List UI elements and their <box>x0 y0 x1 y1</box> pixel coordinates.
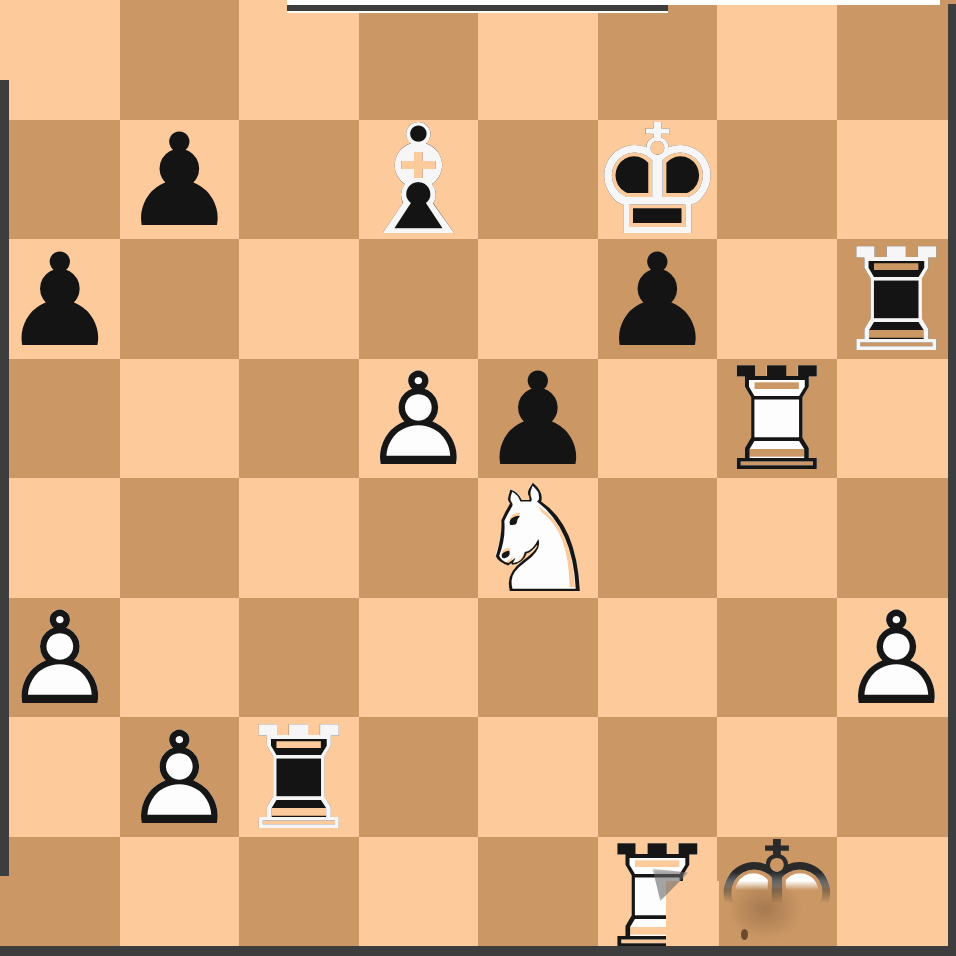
white-rook-icon: ♜ <box>717 361 837 481</box>
square-b7[interactable]: ♟ <box>120 120 240 240</box>
white-king-piece: ♚♔ <box>717 837 837 956</box>
black-pawn-piece: ♟ <box>0 239 120 359</box>
square-b6[interactable] <box>120 239 240 359</box>
square-a6[interactable]: ♟ <box>0 239 120 359</box>
square-c2[interactable]: ♜♖ <box>239 717 359 837</box>
white-rook-piece: ♜♖ <box>717 359 837 479</box>
square-d6[interactable] <box>359 239 479 359</box>
square-f2[interactable] <box>598 717 718 837</box>
square-b3[interactable] <box>120 598 240 718</box>
square-g7[interactable] <box>717 120 837 240</box>
black-rook-outline-icon: ♖ <box>837 241 956 361</box>
white-pawn-icon: ♟ <box>837 600 956 720</box>
white-pawn-outline-icon: ♙ <box>359 361 479 481</box>
square-a1[interactable] <box>0 837 120 956</box>
square-f7[interactable]: ♚♔ <box>598 120 718 240</box>
square-f8[interactable] <box>598 0 718 120</box>
white-pawn-outline-icon: ♙ <box>0 600 120 720</box>
square-h2[interactable] <box>837 717 956 837</box>
square-e7[interactable] <box>478 120 598 240</box>
square-h4[interactable] <box>837 478 956 598</box>
black-pawn-icon: ♟ <box>598 241 718 361</box>
black-pawn-icon: ♟ <box>478 361 598 481</box>
black-pawn-piece: ♟ <box>598 239 718 359</box>
white-knight-icon: ♞ <box>478 480 598 600</box>
square-b4[interactable] <box>120 478 240 598</box>
square-e8[interactable] <box>478 0 598 120</box>
black-rook-piece: ♜♖ <box>837 239 956 359</box>
white-pawn-outline-icon: ♙ <box>120 719 240 839</box>
square-g3[interactable] <box>717 598 837 718</box>
black-bishop-outline-icon: ♗ <box>359 122 479 242</box>
black-bishop-piece: ♝♗ <box>359 120 479 240</box>
square-e6[interactable] <box>478 239 598 359</box>
square-b1[interactable] <box>120 837 240 956</box>
white-pawn-icon: ♟ <box>120 719 240 839</box>
screenshot-artifact-right-bar <box>948 4 956 956</box>
black-pawn-piece: ♟ <box>120 120 240 240</box>
square-h7[interactable] <box>837 120 956 240</box>
square-h3[interactable]: ♟♙ <box>837 598 956 718</box>
square-c5[interactable] <box>239 359 359 479</box>
square-d5[interactable]: ♟♙ <box>359 359 479 479</box>
square-f4[interactable] <box>598 478 718 598</box>
chess-board-wrap: ♟♝♗♚♔♟♟♜♖♟♙♟♜♖♞♘♟♙♟♙♟♙♜♖♜♖♚♔ <box>0 0 956 956</box>
square-c3[interactable] <box>239 598 359 718</box>
square-d3[interactable] <box>359 598 479 718</box>
square-f1[interactable]: ♜♖ <box>598 837 718 956</box>
square-c8[interactable] <box>239 0 359 120</box>
white-knight-outline-icon: ♘ <box>478 480 598 600</box>
white-king-outline-icon: ♔ <box>717 839 837 956</box>
square-d4[interactable] <box>359 478 479 598</box>
white-pawn-icon: ♟ <box>0 600 120 720</box>
black-pawn-icon: ♟ <box>0 241 120 361</box>
black-pawn-piece: ♟ <box>478 359 598 479</box>
square-b5[interactable] <box>120 359 240 479</box>
square-g6[interactable] <box>717 239 837 359</box>
square-e3[interactable] <box>478 598 598 718</box>
square-a5[interactable] <box>0 359 120 479</box>
screenshot-artifact-top-strip <box>287 0 668 13</box>
black-rook-piece: ♜♖ <box>239 717 359 837</box>
square-c6[interactable] <box>239 239 359 359</box>
square-d8[interactable] <box>359 0 479 120</box>
square-e1[interactable] <box>478 837 598 956</box>
screenshot-artifact-bottom-bar <box>0 946 956 956</box>
white-pawn-piece: ♟♙ <box>359 359 479 479</box>
erased-rook-patch <box>666 881 720 956</box>
white-pawn-piece: ♟♙ <box>120 717 240 837</box>
square-d7[interactable]: ♝♗ <box>359 120 479 240</box>
square-e4[interactable]: ♞♘ <box>478 478 598 598</box>
white-pawn-outline-icon: ♙ <box>837 600 956 720</box>
square-g4[interactable] <box>717 478 837 598</box>
square-b2[interactable]: ♟♙ <box>120 717 240 837</box>
black-bishop-icon: ♝ <box>359 122 479 242</box>
square-h5[interactable] <box>837 359 956 479</box>
white-pawn-icon: ♟ <box>359 361 479 481</box>
white-rook-outline-icon: ♖ <box>717 361 837 481</box>
square-h6[interactable]: ♜♖ <box>837 239 956 359</box>
square-a4[interactable] <box>0 478 120 598</box>
square-g2[interactable] <box>717 717 837 837</box>
black-rook-icon: ♜ <box>837 241 956 361</box>
screenshot-artifact-top-sliver <box>668 0 940 5</box>
black-king-outline-icon: ♔ <box>598 122 718 242</box>
black-king-piece: ♚♔ <box>598 120 718 240</box>
chess-board: ♟♝♗♚♔♟♟♜♖♟♙♟♜♖♞♘♟♙♟♙♟♙♜♖♜♖♚♔ <box>0 0 956 956</box>
square-a7[interactable] <box>0 120 120 240</box>
square-c1[interactable] <box>239 837 359 956</box>
square-c7[interactable] <box>239 120 359 240</box>
black-king-icon: ♚ <box>598 122 718 242</box>
white-pawn-piece: ♟♙ <box>0 598 120 718</box>
square-c4[interactable] <box>239 478 359 598</box>
square-h8[interactable] <box>837 0 956 120</box>
white-king-icon: ♚ <box>717 839 837 956</box>
square-g1[interactable]: ♚♔ <box>717 837 837 956</box>
square-f3[interactable] <box>598 598 718 718</box>
square-b8[interactable] <box>120 0 240 120</box>
square-f6[interactable]: ♟ <box>598 239 718 359</box>
square-h1[interactable] <box>837 837 956 956</box>
black-rook-icon: ♜ <box>239 719 359 839</box>
white-knight-piece: ♞♘ <box>478 478 598 598</box>
square-a2[interactable] <box>0 717 120 837</box>
square-e5[interactable]: ♟ <box>478 359 598 479</box>
square-e2[interactable] <box>478 717 598 837</box>
square-a8[interactable] <box>0 0 120 120</box>
screenshot-artifact-left-bar <box>0 80 9 876</box>
black-pawn-icon: ♟ <box>120 122 240 242</box>
square-a3[interactable]: ♟♙ <box>0 598 120 718</box>
square-f5[interactable] <box>598 359 718 479</box>
black-rook-outline-icon: ♖ <box>239 719 359 839</box>
screenshot-artifact-top-line <box>287 5 668 11</box>
square-g8[interactable] <box>717 0 837 120</box>
square-d2[interactable] <box>359 717 479 837</box>
square-d1[interactable] <box>359 837 479 956</box>
white-pawn-piece: ♟♙ <box>837 598 956 718</box>
square-g5[interactable]: ♜♖ <box>717 359 837 479</box>
